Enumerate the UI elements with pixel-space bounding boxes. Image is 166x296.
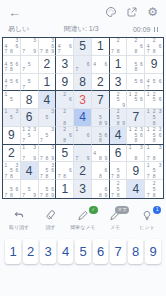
cell-r9c9[interactable]: 2578 <box>145 180 163 198</box>
cell-r7c9[interactable]: 1378 <box>145 145 163 163</box>
cell-r9c1[interactable]: 5678 <box>3 180 21 198</box>
digit: 4 <box>26 165 33 177</box>
cell-r3c5[interactable]: 8 <box>74 74 92 92</box>
cell-r9c6[interactable]: 689 <box>92 180 110 198</box>
digit: 3 <box>79 183 86 195</box>
cell-r1c7[interactable]: 278 <box>110 38 128 56</box>
erase-button[interactable]: 消す <box>39 209 63 230</box>
pencil-marks: 135678 <box>3 162 20 179</box>
pencil-marks: 12358 <box>145 109 163 126</box>
digit: 2 <box>8 147 15 159</box>
cell-r2c1[interactable]: 45678 <box>3 56 21 74</box>
pencil-marks: 259 <box>110 91 127 108</box>
toolbar: 取り消す 消す ✓ 簡単なメモ オフ メモ 1 <box>0 199 166 230</box>
digit: 5 <box>79 40 86 52</box>
digit: 9 <box>151 58 158 70</box>
hint-button[interactable]: 1 ヒント <box>135 209 159 230</box>
cell-r2c3[interactable]: 2 <box>39 56 57 74</box>
cell-r8c2[interactable]: 4 <box>21 162 39 180</box>
palette-icon[interactable] <box>105 6 117 18</box>
numpad-key-5[interactable]: 5 <box>75 239 91 264</box>
numpad-key-3[interactable]: 3 <box>40 239 56 264</box>
cell-r3c6[interactable]: 2 <box>92 74 110 92</box>
cell-r3c4[interactable]: 9 <box>56 74 74 92</box>
cell-r6c7[interactable]: 4 <box>110 127 128 145</box>
top-bar: ← ⚙ <box>0 0 166 24</box>
numpad-key-8[interactable]: 8 <box>128 239 144 264</box>
timer-value: 00:09 <box>133 26 151 33</box>
pencil-marks: 67 <box>74 56 91 73</box>
pencil-marks: 1378 <box>145 145 163 162</box>
digit: 9 <box>61 76 68 88</box>
pencil-marks: 123568 <box>145 127 163 144</box>
cell-r1c2[interactable]: 379 <box>21 38 39 56</box>
digit: 4 <box>115 129 122 141</box>
pencil-marks: 35678 <box>39 162 56 179</box>
digit: 9 <box>8 129 15 141</box>
pencil-marks: 138 <box>127 145 144 162</box>
smart-notes-button[interactable]: ✓ 簡単なメモ <box>70 209 95 230</box>
undo-icon <box>13 209 25 221</box>
pencil-marks: 2578 <box>110 180 127 198</box>
pencil-marks: 467 <box>56 38 73 55</box>
digit: 8 <box>26 94 33 106</box>
digit: 9 <box>132 165 139 177</box>
pencil-marks: 24678 <box>145 38 163 55</box>
cell-r9c2[interactable]: 579 <box>21 180 39 198</box>
pencil-marks: 1256 <box>127 91 144 108</box>
cell-r9c5[interactable]: 3 <box>74 180 92 198</box>
cell-r7c6[interactable]: 489 <box>92 145 110 163</box>
numpad-key-7[interactable]: 7 <box>110 239 126 264</box>
digit: 2 <box>44 58 51 70</box>
pencil-marks: 2578 <box>145 180 163 198</box>
pencil-marks: 568 <box>127 56 144 73</box>
cell-r5c4[interactable]: 28 <box>56 109 74 127</box>
cell-r5c7[interactable]: 2589 <box>110 109 128 127</box>
cell-r8c6[interactable]: 68 <box>92 162 110 180</box>
digit: 8 <box>79 76 86 88</box>
cell-r6c6[interactable]: 568 <box>92 127 110 145</box>
cell-r5c1[interactable]: 135 <box>3 109 21 127</box>
pencil-marks: 689 <box>92 180 109 198</box>
pencil-marks: 46 <box>92 56 109 73</box>
cell-r2c5[interactable]: 67 <box>74 56 92 74</box>
cell-r3c7[interactable]: 3 <box>110 74 128 92</box>
cell-r1c6[interactable]: 1 <box>92 38 110 56</box>
smart-notes-badge: ✓ <box>89 206 98 214</box>
pencil-marks: 16 <box>74 127 91 144</box>
digit: 3 <box>79 94 86 106</box>
cell-r3c1[interactable]: 4567 <box>3 74 21 92</box>
sudoku-grid: 3467837936789467512782682467845678572367… <box>2 37 164 199</box>
pencil-marks: 79 <box>74 145 91 162</box>
cell-r7c2[interactable]: 1379 <box>21 145 39 163</box>
undo-button[interactable]: 取り消す <box>7 209 31 230</box>
pencil-marks: 4567 <box>3 74 20 91</box>
pencil-marks: 1256 <box>145 91 163 108</box>
cell-r6c9[interactable]: 123568 <box>145 127 163 145</box>
timer: 00:09 <box>133 26 158 33</box>
cell-r9c7[interactable]: 2578 <box>110 180 128 198</box>
cell-r6c3[interactable]: 357 <box>39 127 57 145</box>
cell-r4c2[interactable]: 8 <box>21 91 39 109</box>
cell-r4c5[interactable]: 3 <box>74 91 92 109</box>
smart-notes-label: 簡単なメモ <box>70 224 95 230</box>
cell-r9c4[interactable]: 1 <box>56 180 74 198</box>
notes-button[interactable]: オフ メモ <box>103 209 127 230</box>
cell-r4c4[interactable]: 26 <box>56 91 74 109</box>
pencil-marks: 568 <box>92 127 109 144</box>
hint-badge: 1 <box>153 206 161 214</box>
cell-r8c9[interactable]: 13578 <box>145 162 163 180</box>
number-pad: 123456789 <box>0 230 166 264</box>
cell-r7c1[interactable]: 2 <box>3 145 21 163</box>
bulb-icon <box>141 209 153 221</box>
cell-r2c2[interactable]: 57 <box>21 56 39 74</box>
cell-r3c8[interactable]: 56 <box>127 74 145 92</box>
pencil-marks: 5678 <box>3 180 20 198</box>
pencil-marks: 268 <box>56 127 73 144</box>
pencil-marks: 35 <box>39 109 56 126</box>
pencil-marks: 357 <box>39 127 56 144</box>
digit: 4 <box>132 183 139 195</box>
cell-r9c8[interactable]: 4 <box>127 180 145 198</box>
digit: 1 <box>61 183 68 195</box>
digit: 2 <box>97 76 104 88</box>
cell-r2c4[interactable]: 3 <box>56 56 74 74</box>
pencil-marks: 26 <box>56 91 73 108</box>
cell-r4c3[interactable]: 4 <box>39 91 57 109</box>
cell-r4c7[interactable]: 259 <box>110 91 128 109</box>
cell-r5c3[interactable]: 35 <box>39 109 57 127</box>
cell-r2c8[interactable]: 568 <box>127 56 145 74</box>
digit: 4 <box>79 111 86 123</box>
pencil-marks: 57 <box>21 56 38 73</box>
numpad-key-9[interactable]: 9 <box>145 239 161 264</box>
cell-r6c5[interactable]: 16 <box>74 127 92 145</box>
cell-r1c3[interactable]: 36789 <box>39 38 57 56</box>
pencil-marks: 34678 <box>3 38 20 55</box>
cell-r5c5[interactable]: 4 <box>74 109 92 127</box>
pencil-marks: 489 <box>92 145 109 162</box>
cell-r5c9[interactable]: 12358 <box>145 109 163 127</box>
cell-r7c5[interactable]: 79 <box>74 145 92 163</box>
digit: 7 <box>132 111 139 123</box>
cell-r4c9[interactable]: 1256 <box>145 91 163 109</box>
cell-r8c8[interactable]: 9 <box>127 162 145 180</box>
digit: 1 <box>44 76 51 88</box>
pencil-marks: 2589 <box>110 109 127 126</box>
pencil-icon <box>77 209 89 221</box>
pencil-marks: 13578 <box>145 162 163 179</box>
cell-r1c5[interactable]: 5 <box>74 38 92 56</box>
cell-r1c9[interactable]: 24678 <box>145 38 163 56</box>
digit: 4 <box>44 94 51 106</box>
back-arrow-icon[interactable]: ← <box>8 6 21 19</box>
pencil-marks: 68 <box>92 162 109 179</box>
cell-r8c1[interactable]: 135678 <box>3 162 21 180</box>
digit: 1 <box>97 40 104 52</box>
cell-r4c6[interactable]: 7 <box>92 91 110 109</box>
pencil-marks: 3789 <box>39 145 56 162</box>
hint-label: ヒント <box>139 224 154 230</box>
digit: 3 <box>61 58 68 70</box>
cell-r7c7[interactable]: 6 <box>110 145 128 163</box>
eraser-icon <box>45 209 57 221</box>
cell-r7c3[interactable]: 3789 <box>39 145 57 163</box>
pencil-marks: 123568 <box>127 127 144 144</box>
cell-r5c6[interactable]: 589 <box>92 109 110 127</box>
digit: 6 <box>26 111 33 123</box>
status-bar: 易しい 間違い: 1/3 00:09 <box>0 24 166 37</box>
digit: 3 <box>115 76 122 88</box>
pencil-marks: 678 <box>56 162 73 179</box>
pencil-marks: 579 <box>21 180 38 198</box>
numpad-key-1[interactable]: 1 <box>5 239 21 264</box>
cell-r2c9[interactable]: 9 <box>145 56 163 74</box>
cell-r1c4[interactable]: 467 <box>56 38 74 56</box>
cell-r1c8[interactable]: 268 <box>127 38 145 56</box>
pencil-marks: 379 <box>21 38 38 55</box>
cell-r8c3[interactable]: 35678 <box>39 162 57 180</box>
pencil-marks: 56 <box>127 74 144 91</box>
cell-r3c2[interactable]: 57 <box>21 74 39 92</box>
digit: 5 <box>61 147 68 159</box>
erase-label: 消す <box>46 224 56 230</box>
undo-label: 取り消す <box>9 224 29 230</box>
cell-r6c1[interactable]: 9 <box>3 127 21 145</box>
numpad-key-4[interactable]: 4 <box>58 239 74 264</box>
pencil-marks: 135 <box>3 109 20 126</box>
cell-r8c5[interactable]: 2 <box>74 162 92 180</box>
numpad-key-6[interactable]: 6 <box>93 239 109 264</box>
pause-icon[interactable] <box>154 27 159 32</box>
settings-icon[interactable]: ⚙ <box>147 6 158 18</box>
pencil-marks: 57 <box>21 74 38 91</box>
cell-r9c3[interactable]: 56789 <box>39 180 57 198</box>
cell-r6c8[interactable]: 123568 <box>127 127 145 145</box>
pencil-marks: 56789 <box>39 180 56 198</box>
cell-r7c4[interactable]: 5 <box>56 145 74 163</box>
cell-r2c6[interactable]: 46 <box>92 56 110 74</box>
digit: 7 <box>97 94 104 106</box>
pencil-marks: 4567 <box>145 74 163 91</box>
cell-r7c8[interactable]: 138 <box>127 145 145 163</box>
cell-r1c1[interactable]: 34678 <box>3 38 21 56</box>
cell-r4c1[interactable]: 15 <box>3 91 21 109</box>
pencil-marks: 36789 <box>39 38 56 55</box>
cell-r6c4[interactable]: 268 <box>56 127 74 145</box>
cell-r3c3[interactable]: 1 <box>39 74 57 92</box>
difficulty-label: 易しい <box>8 24 29 34</box>
digit: 1 <box>115 58 122 70</box>
pencil-marks: 278 <box>110 38 127 55</box>
notes-label: メモ <box>110 224 120 230</box>
pencil-marks: 578 <box>110 162 127 179</box>
cell-r2c7[interactable]: 1 <box>110 56 128 74</box>
pencil-marks: 12357 <box>21 127 38 144</box>
pencil-marks: 589 <box>92 109 109 126</box>
cell-r5c8[interactable]: 7 <box>127 109 145 127</box>
digit: 6 <box>115 147 122 159</box>
pencil-marks: 45678 <box>3 56 20 73</box>
cell-r8c7[interactable]: 578 <box>110 162 128 180</box>
cell-r4c8[interactable]: 1256 <box>127 91 145 109</box>
cell-r8c4[interactable]: 678 <box>56 162 74 180</box>
notes-badge: オフ <box>115 206 129 214</box>
numpad-key-2[interactable]: 2 <box>23 239 39 264</box>
pencil-marks: 28 <box>56 109 73 126</box>
share-icon[interactable] <box>126 6 138 18</box>
pencil-marks: 15 <box>3 91 20 108</box>
digit: 2 <box>79 165 86 177</box>
mistakes-counter: 間違い: 1/3 <box>64 24 99 34</box>
pencil-marks: 1379 <box>21 145 38 162</box>
cell-r3c9[interactable]: 4567 <box>145 74 163 92</box>
pencil-marks: 268 <box>127 38 144 55</box>
cell-r6c2[interactable]: 12357 <box>21 127 39 145</box>
cell-r5c2[interactable]: 6 <box>21 109 39 127</box>
